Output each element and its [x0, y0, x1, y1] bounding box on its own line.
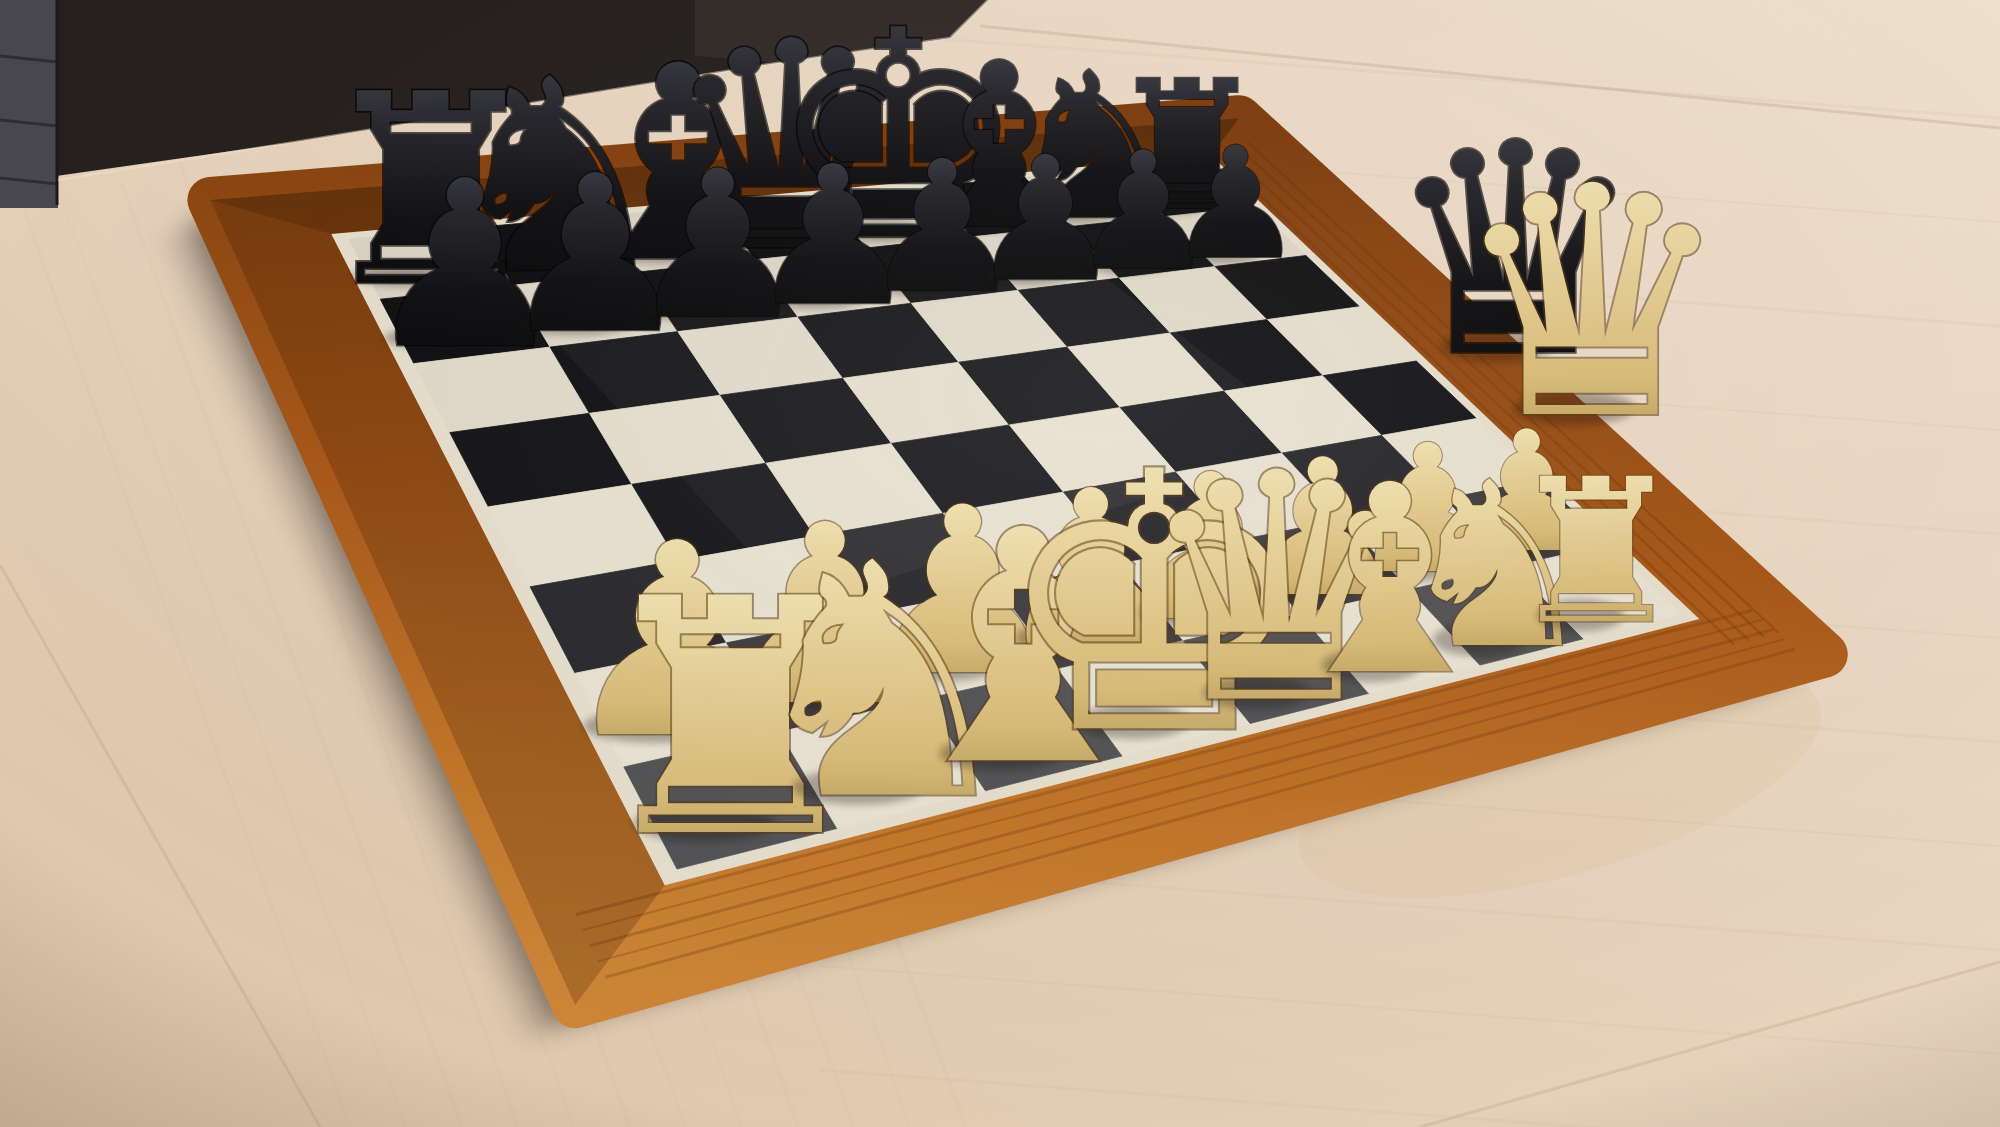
tiled-wall-panel	[0, 0, 58, 208]
piece-black-pawn-h7[interactable]: ♟	[1167, 114, 1305, 293]
tiled-wall	[0, 0, 58, 208]
chessboard-photo: ♜♞♝♛♚♝♞♜♟♟♟♟♟♟♟♟♟♟♟♟♟♟♟♟♜♞♝♚♛♝♞♜♛♛	[0, 0, 2000, 1127]
photo-stage: ♜♞♝♛♚♝♞♜♟♟♟♟♟♟♟♟♟♟♟♟♟♟♟♟♜♞♝♚♛♝♞♜♛♛	[0, 0, 2000, 1127]
piece-white-queen-offboard[interactable]: ♛	[1449, 119, 1734, 489]
